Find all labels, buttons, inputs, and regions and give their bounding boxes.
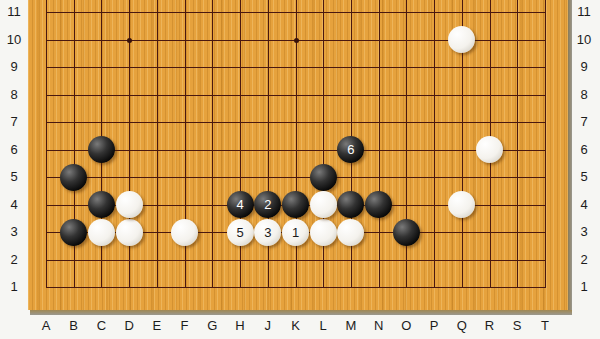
grid-hline-8 xyxy=(46,95,546,96)
col-label-g: G xyxy=(200,319,224,333)
col-label-n: N xyxy=(367,319,391,333)
col-label-q: Q xyxy=(450,319,474,333)
col-label-a: A xyxy=(34,319,58,333)
row-label-right-3: 3 xyxy=(572,225,596,239)
grid-hline-2 xyxy=(46,260,546,261)
row-label-left-1: 1 xyxy=(2,280,26,294)
go-diagram: 426531 11111010998877665544332211ABCDEFG… xyxy=(0,0,600,339)
col-label-e: E xyxy=(145,319,169,333)
grid-hline-11 xyxy=(46,12,546,13)
move-number-1: 1 xyxy=(292,226,299,239)
col-label-s: S xyxy=(505,319,529,333)
row-label-left-3: 3 xyxy=(2,225,26,239)
white-stone-k3: 1 xyxy=(282,219,309,246)
row-label-left-9: 9 xyxy=(2,60,26,74)
row-label-right-2: 2 xyxy=(572,253,596,267)
star-point-k10 xyxy=(294,38,299,43)
row-label-left-10: 10 xyxy=(2,33,26,47)
white-stone-r6 xyxy=(476,136,503,163)
black-stone-l5 xyxy=(310,164,337,191)
grid-vline-e xyxy=(157,0,158,288)
black-stone-k4 xyxy=(282,191,309,218)
white-stone-d4 xyxy=(116,191,143,218)
white-stone-c3 xyxy=(88,219,115,246)
black-stone-h4: 4 xyxy=(227,191,254,218)
grid-vline-s xyxy=(517,0,518,288)
col-label-j: J xyxy=(256,319,280,333)
row-label-right-7: 7 xyxy=(572,115,596,129)
move-number-6: 6 xyxy=(347,143,354,156)
row-label-left-8: 8 xyxy=(2,88,26,102)
row-label-right-5: 5 xyxy=(572,170,596,184)
col-label-l: L xyxy=(311,319,335,333)
white-stone-l4 xyxy=(310,191,337,218)
col-label-k: K xyxy=(284,319,308,333)
black-stone-o3 xyxy=(393,219,420,246)
move-number-3: 3 xyxy=(264,226,271,239)
col-label-m: M xyxy=(339,319,363,333)
row-label-left-11: 11 xyxy=(2,5,26,19)
white-stone-d3 xyxy=(116,219,143,246)
grid-vline-g xyxy=(212,0,213,288)
black-stone-c4 xyxy=(88,191,115,218)
row-label-left-5: 5 xyxy=(2,170,26,184)
white-stone-h3: 5 xyxy=(227,219,254,246)
col-label-h: H xyxy=(228,319,252,333)
col-label-f: F xyxy=(173,319,197,333)
col-label-d: D xyxy=(117,319,141,333)
grid-vline-n xyxy=(379,0,380,288)
row-label-right-10: 10 xyxy=(572,33,596,47)
board-edge-shadow-bottom xyxy=(30,310,572,315)
grid-vline-p xyxy=(434,0,435,288)
move-number-5: 5 xyxy=(236,226,243,239)
grid-hline-7 xyxy=(46,122,546,123)
white-stone-l3 xyxy=(310,219,337,246)
row-label-left-4: 4 xyxy=(2,198,26,212)
row-label-right-4: 4 xyxy=(572,198,596,212)
grid-hline-1 xyxy=(46,287,546,288)
row-label-right-8: 8 xyxy=(572,88,596,102)
white-stone-m3 xyxy=(337,219,364,246)
white-stone-f3 xyxy=(171,219,198,246)
grid-vline-t xyxy=(545,0,546,288)
move-number-2: 2 xyxy=(264,198,271,211)
grid-hline-6 xyxy=(46,150,546,151)
row-label-left-2: 2 xyxy=(2,253,26,267)
row-label-right-6: 6 xyxy=(572,143,596,157)
black-stone-n4 xyxy=(365,191,392,218)
grid-hline-9 xyxy=(46,67,546,68)
col-label-p: P xyxy=(422,319,446,333)
col-label-b: B xyxy=(62,319,86,333)
white-stone-j3: 3 xyxy=(254,219,281,246)
row-label-right-9: 9 xyxy=(572,60,596,74)
black-stone-b5 xyxy=(60,164,87,191)
grid-vline-a xyxy=(46,0,47,288)
move-number-4: 4 xyxy=(236,198,243,211)
col-label-o: O xyxy=(394,319,418,333)
col-label-c: C xyxy=(89,319,113,333)
col-label-t: T xyxy=(533,319,557,333)
black-stone-b3 xyxy=(60,219,87,246)
grid-hline-5 xyxy=(46,177,546,178)
board-edge-shadow-right xyxy=(568,0,572,315)
row-label-right-11: 11 xyxy=(572,5,596,19)
row-label-left-6: 6 xyxy=(2,143,26,157)
black-stone-c6 xyxy=(88,136,115,163)
star-point-d10 xyxy=(127,38,132,43)
col-label-r: R xyxy=(478,319,502,333)
row-label-right-1: 1 xyxy=(572,280,596,294)
row-label-left-7: 7 xyxy=(2,115,26,129)
